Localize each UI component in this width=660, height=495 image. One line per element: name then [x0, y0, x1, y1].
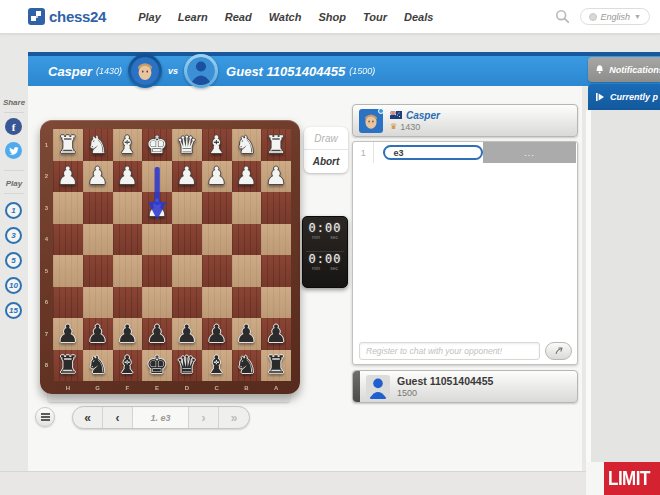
language-selector[interactable]: English ▼ [580, 8, 650, 25]
menu-button[interactable] [35, 407, 55, 427]
square-a7[interactable]: ♟ [261, 318, 291, 350]
square-e3[interactable]: ♟ [142, 192, 172, 224]
footer-strip [0, 471, 660, 495]
black-rook: ♜ [265, 353, 287, 377]
black-knight: ♞ [87, 353, 109, 377]
square-b2[interactable]: ♟ [232, 161, 262, 193]
game-clock: 0:00 min sec 0:00 min sec [302, 216, 348, 288]
promo-banner-text: LIMIT [604, 467, 650, 490]
current-move-label: 1. e3 [133, 407, 189, 428]
nav-item-play[interactable]: Play [138, 11, 161, 23]
square-c6[interactable] [202, 287, 232, 319]
square-g3[interactable] [83, 192, 113, 224]
square-c8[interactable]: ♝ [202, 350, 232, 382]
black-player-avatar [184, 54, 218, 88]
square-e1[interactable]: ♚ [142, 129, 172, 161]
logo-text: chess24 [49, 8, 106, 25]
square-a4[interactable] [261, 224, 291, 256]
black-pawn: ♟ [236, 322, 258, 346]
square-f4[interactable] [113, 224, 143, 256]
rank-label: 8 [40, 350, 53, 382]
black-rook: ♜ [57, 353, 79, 377]
play-figure-icon [595, 92, 605, 102]
move-list-panel: 1 e3 ... [352, 141, 578, 365]
square-e7[interactable]: ♟ [142, 318, 172, 350]
sec-label: sec [330, 265, 338, 271]
min-label: min [312, 265, 320, 271]
black-pawn: ♟ [176, 322, 198, 346]
square-a1[interactable]: ♜ [261, 129, 291, 161]
square-f2[interactable]: ♟ [113, 161, 143, 193]
menu-icon [41, 416, 50, 418]
black-pawn: ♟ [87, 322, 109, 346]
white-king: ♚ [146, 133, 168, 157]
twitter-share-icon[interactable] [5, 142, 22, 159]
white-pawn: ♟ [206, 164, 228, 188]
black-bishop: ♝ [117, 353, 139, 377]
square-d4[interactable] [172, 224, 202, 256]
file-label: H [53, 381, 83, 394]
rank-label: 3 [40, 192, 53, 224]
chat-input[interactable] [359, 342, 540, 360]
black-knight: ♞ [236, 353, 258, 377]
white-player-avatar [128, 54, 162, 88]
country-flag-icon [390, 111, 402, 119]
currently-playing-label: Currently p [610, 92, 658, 102]
black-player-name: Guest 11051404455 [226, 64, 345, 79]
black-player-rating: (1500) [349, 66, 375, 76]
time-control-5[interactable]: 5 [5, 252, 22, 269]
square-b4[interactable] [232, 224, 262, 256]
white-pawn: ♟ [87, 164, 109, 188]
white-card-avatar [359, 109, 383, 133]
rank-label: 5 [40, 255, 53, 287]
active-player-bar [353, 371, 360, 402]
nav-item-tour[interactable]: Tour [363, 11, 387, 23]
currently-playing-panel [586, 110, 660, 462]
main-nav: PlayLearnReadWatchShopTourDeals [138, 11, 433, 23]
square-e4[interactable] [142, 224, 172, 256]
chevron-down-icon: ▼ [634, 13, 641, 20]
square-g2[interactable]: ♟ [83, 161, 113, 193]
rank-label: 7 [40, 318, 53, 350]
min-label: min [312, 234, 320, 240]
white-pawn: ♟ [236, 164, 258, 188]
white-pawn: ♟ [146, 196, 168, 220]
square-a2[interactable]: ♟ [261, 161, 291, 193]
time-control-15[interactable]: 15 [5, 302, 22, 319]
white-bishop: ♝ [206, 133, 228, 157]
notifications-tab[interactable]: Notifications [588, 57, 660, 82]
top-navbar: chess24 PlayLearnReadWatchShopTourDeals … [0, 0, 660, 34]
file-label: E [142, 381, 172, 394]
black-pawn: ♟ [146, 322, 168, 346]
square-c3[interactable] [202, 192, 232, 224]
file-label: C [202, 381, 232, 394]
chess-board: 12345678 HGFEDCBA ♜♞♝♚♛♝♞♜♟♟♟♟♟♟♟♟♟♟♟♟♟♟… [40, 120, 300, 394]
last-move-button[interactable]: » [219, 407, 249, 428]
bell-icon [595, 64, 604, 75]
square-a8[interactable]: ♜ [261, 350, 291, 382]
black-king: ♚ [146, 353, 168, 377]
file-label: D [172, 381, 202, 394]
black-pawn: ♟ [265, 322, 287, 346]
black-pawn: ♟ [57, 322, 79, 346]
square-f1[interactable]: ♝ [113, 129, 143, 161]
square-b7[interactable]: ♟ [232, 318, 262, 350]
white-card-rating: 1430 [400, 122, 420, 132]
play-label: Play [0, 179, 28, 188]
prev-move-button[interactable]: ‹ [103, 407, 133, 428]
rank-label: 4 [40, 224, 53, 256]
facebook-share-icon[interactable]: f [5, 118, 22, 135]
square-h6[interactable] [53, 287, 83, 319]
rank-labels: 12345678 [40, 129, 53, 381]
rank-label: 6 [40, 287, 53, 319]
square-h2[interactable]: ♟ [53, 161, 83, 193]
square-h5[interactable] [53, 255, 83, 287]
black-bishop: ♝ [206, 353, 228, 377]
black-queen: ♛ [176, 353, 198, 377]
white-player-card: Casper ♛ 1430 [352, 104, 578, 137]
white-pawn: ♟ [265, 164, 287, 188]
online-status-dot [378, 109, 383, 114]
clock-bottom-value: 0:00 [306, 252, 344, 266]
square-e5[interactable] [142, 255, 172, 287]
file-label: F [113, 381, 143, 394]
square-g1[interactable]: ♞ [83, 129, 113, 161]
white-player-name: Casper [48, 64, 92, 79]
file-label: A [261, 381, 291, 394]
draw-button[interactable]: Draw [304, 127, 348, 150]
square-d8[interactable]: ♛ [172, 350, 202, 382]
move-black-pending: ... [483, 142, 576, 163]
white-pawn: ♟ [176, 164, 198, 188]
chess24-logo[interactable]: chess24 [28, 8, 106, 25]
square-c7[interactable]: ♟ [202, 318, 232, 350]
clock-top-value: 0:00 [306, 221, 344, 235]
nav-item-learn[interactable]: Learn [178, 11, 208, 23]
black-pawn: ♟ [206, 322, 228, 346]
time-control-3[interactable]: 3 [5, 227, 22, 244]
square-d1[interactable]: ♛ [172, 129, 202, 161]
square-h7[interactable]: ♟ [53, 318, 83, 350]
divider [4, 112, 24, 113]
square-f6[interactable] [113, 287, 143, 319]
move-row: 1 e3 ... [353, 142, 577, 163]
square-c4[interactable] [202, 224, 232, 256]
divider [4, 170, 24, 171]
banner-base: LIMIT [586, 462, 660, 495]
square-a5[interactable] [261, 255, 291, 287]
white-pawn: ♟ [57, 164, 79, 188]
white-rook: ♜ [57, 133, 79, 157]
square-f8[interactable]: ♝ [113, 350, 143, 382]
square-d3[interactable] [172, 192, 202, 224]
rank-label: 1 [40, 129, 53, 161]
currently-playing-tab[interactable]: Currently p [588, 84, 660, 110]
square-d2[interactable]: ♟ [172, 161, 202, 193]
white-card-name: Casper [406, 110, 440, 121]
square-d5[interactable] [172, 255, 202, 287]
black-player-card: Guest 11051404455 1500 [352, 370, 578, 403]
time-control-1[interactable]: 1 [5, 202, 22, 219]
square-h4[interactable] [53, 224, 83, 256]
square-e6[interactable] [142, 287, 172, 319]
white-bishop: ♝ [117, 133, 139, 157]
square-a3[interactable] [261, 192, 291, 224]
black-card-name: Guest 11051404455 [397, 375, 493, 387]
square-e8[interactable]: ♚ [142, 350, 172, 382]
game-controls: Draw Abort [304, 127, 348, 173]
square-b3[interactable] [232, 192, 262, 224]
clock-top: 0:00 min sec [306, 221, 344, 252]
vs-label: vs [168, 66, 178, 76]
square-g6[interactable] [83, 287, 113, 319]
square-c2[interactable]: ♟ [202, 161, 232, 193]
abort-button[interactable]: Abort [304, 150, 348, 173]
square-h1[interactable]: ♜ [53, 129, 83, 161]
file-label: G [83, 381, 113, 394]
globe-icon [589, 13, 597, 21]
white-queen: ♛ [176, 133, 198, 157]
square-a6[interactable] [261, 287, 291, 319]
language-label: English [601, 12, 631, 22]
search-icon[interactable] [555, 9, 570, 24]
square-c1[interactable]: ♝ [202, 129, 232, 161]
file-label: B [232, 381, 262, 394]
rating-crown-icon: ♛ [390, 123, 397, 131]
next-move-button[interactable]: › [189, 407, 219, 428]
square-h3[interactable] [53, 192, 83, 224]
square-g5[interactable] [83, 255, 113, 287]
chess24-app: chess24 PlayLearnReadWatchShopTourDeals … [0, 0, 660, 495]
white-knight: ♞ [87, 133, 109, 157]
black-pawn: ♟ [117, 322, 139, 346]
square-c5[interactable] [202, 255, 232, 287]
square-h8[interactable]: ♜ [53, 350, 83, 382]
chat-send-button[interactable] [545, 342, 572, 360]
chess24-logo-icon [28, 8, 45, 25]
square-b6[interactable] [232, 287, 262, 319]
move-navigation: « ‹ 1. e3 › » [72, 406, 250, 429]
white-rook: ♜ [265, 133, 287, 157]
nav-item-shop[interactable]: Shop [318, 11, 346, 23]
nav-item-read[interactable]: Read [225, 11, 252, 23]
square-f5[interactable] [113, 255, 143, 287]
move-number: 1 [353, 142, 374, 163]
sec-label: sec [330, 234, 338, 240]
board-grid: ♜♞♝♚♛♝♞♜♟♟♟♟♟♟♟♟♟♟♟♟♟♟♟♟♜♞♝♚♛♝♞♜ [53, 129, 291, 381]
square-g8[interactable]: ♞ [83, 350, 113, 382]
black-card-avatar [366, 375, 390, 399]
square-g4[interactable] [83, 224, 113, 256]
share-label: Share [0, 98, 28, 107]
white-player-rating: (1430) [96, 66, 122, 76]
nav-item-deals[interactable]: Deals [404, 11, 433, 23]
notifications-label: Notifications [609, 65, 660, 75]
square-d7[interactable]: ♟ [172, 318, 202, 350]
white-pawn: ♟ [117, 164, 139, 188]
square-b1[interactable]: ♞ [232, 129, 262, 161]
square-e2[interactable] [142, 161, 172, 193]
chat-bar [359, 342, 572, 360]
black-card-rating: 1500 [397, 388, 493, 398]
first-move-button[interactable]: « [73, 407, 103, 428]
square-b5[interactable] [232, 255, 262, 287]
time-control-10[interactable]: 10 [5, 277, 22, 294]
nav-item-watch[interactable]: Watch [269, 11, 302, 23]
square-f3[interactable] [113, 192, 143, 224]
clock-bottom: 0:00 min sec [306, 252, 344, 283]
square-f7[interactable]: ♟ [113, 318, 143, 350]
divider [4, 193, 24, 194]
square-g7[interactable]: ♟ [83, 318, 113, 350]
white-knight: ♞ [236, 133, 258, 157]
send-arrow-icon [554, 346, 564, 356]
square-d6[interactable] [172, 287, 202, 319]
promo-banner[interactable]: LIMIT [604, 462, 660, 495]
file-labels: HGFEDCBA [53, 381, 291, 394]
rank-label: 2 [40, 161, 53, 193]
match-header: Casper (1430) vs Guest 11051404455 (1500… [28, 52, 660, 86]
move-white[interactable]: e3 [383, 145, 482, 160]
square-b8[interactable]: ♞ [232, 350, 262, 382]
